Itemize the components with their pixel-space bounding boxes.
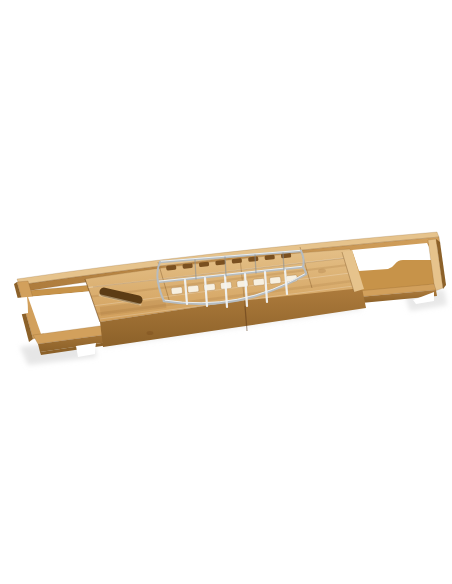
wood-knot <box>147 331 154 335</box>
photo-canvas <box>0 0 452 584</box>
left-arm-grip-notch <box>16 297 28 315</box>
bathtub-caddy-photo <box>0 0 452 584</box>
